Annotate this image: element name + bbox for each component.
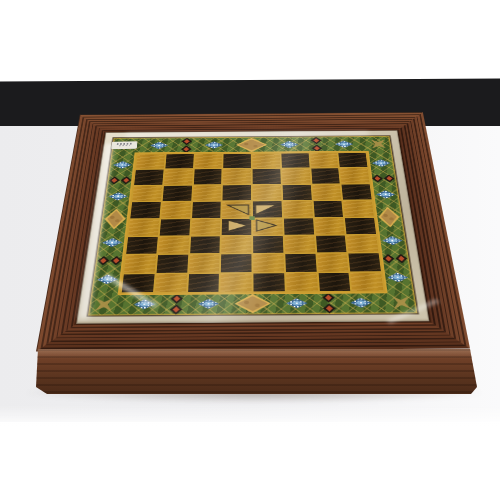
border-blue-diamond-inner (203, 301, 215, 306)
board-square[interactable] (286, 273, 318, 291)
border-strip-top (136, 136, 367, 153)
border-blue-diamond-icon (96, 275, 118, 285)
border-red-diamond-fill (313, 138, 319, 142)
border-red-diamond-outline (395, 254, 408, 263)
board-square[interactable] (158, 237, 189, 254)
border-blue-diamond-icon (350, 298, 372, 308)
board-square[interactable] (253, 236, 283, 253)
board-square[interactable] (134, 170, 163, 185)
border-red-diamond-outline (169, 304, 182, 314)
border-red-double-diamond-icon (181, 138, 193, 153)
board-square[interactable] (311, 169, 340, 184)
border-blue-diamond-dot (117, 196, 119, 197)
border-blue-diamond-icon (371, 159, 390, 167)
border-red-double-diamond-icon (108, 176, 132, 184)
board-square[interactable] (253, 273, 284, 291)
border-blue-diamond-inner (339, 142, 349, 146)
board-square[interactable] (223, 154, 250, 168)
border-corner-star-icon (364, 135, 392, 153)
border-tan-diamond-inner (106, 210, 124, 227)
border-red-diamond-fill (385, 256, 392, 262)
board-square[interactable] (284, 218, 314, 235)
border-blue-diamond-dot (213, 144, 215, 145)
border-blue-diamond-icon (205, 141, 223, 148)
board-square[interactable] (190, 236, 220, 253)
border-blue-diamond-inner (392, 275, 404, 280)
border-blue-diamond-dot (143, 303, 146, 305)
board-square[interactable] (223, 185, 251, 200)
border-red-diamond-fill (113, 258, 120, 264)
border-red-diamond-outline (311, 137, 322, 144)
board-square[interactable] (194, 154, 222, 168)
board-square[interactable] (130, 202, 160, 218)
border-blue-diamond-dot (106, 279, 109, 281)
border-blue-diamond-inner (209, 143, 219, 147)
border-tan-diamond-inner (238, 139, 264, 150)
border-blue-diamond-inner (355, 300, 367, 305)
board-square[interactable] (156, 255, 187, 273)
board-square[interactable] (351, 272, 384, 290)
center-motif-triangle (255, 204, 276, 214)
border-tan-diamond-inner (380, 208, 398, 225)
border-tan-diamond-icon (234, 294, 271, 314)
border-blue-diamond-dot (360, 302, 363, 304)
border-red-diamond-outline (371, 175, 383, 183)
board-square[interactable] (281, 153, 309, 167)
center-motif-triangle (257, 220, 277, 231)
border-red-diamond-fill (398, 256, 405, 262)
border-blue-diamond-inner (106, 240, 117, 245)
board-square[interactable] (164, 170, 193, 185)
board-square[interactable] (192, 202, 221, 218)
board-square[interactable] (193, 169, 221, 184)
surface-fade (0, 405, 500, 435)
board-square[interactable] (188, 273, 219, 291)
board-square[interactable] (162, 185, 191, 200)
border-blue-diamond-inner (291, 301, 303, 306)
border-red-diamond-outline (97, 256, 110, 265)
border-blue-diamond-inner (376, 161, 387, 165)
border-blue-diamond-dot (384, 194, 386, 195)
board-square[interactable] (342, 184, 372, 199)
board-square[interactable] (159, 219, 189, 236)
border-blue-diamond-icon (335, 140, 354, 147)
sticker-illegible-text (119, 145, 130, 146)
board-square[interactable] (345, 218, 376, 235)
border-red-diamond-outline (110, 256, 123, 265)
border-blue-diamond-dot (158, 145, 160, 146)
border-blue-diamond-inner (113, 194, 124, 198)
border-blue-diamond-dot (207, 303, 209, 305)
border-red-diamond-outline (181, 138, 192, 145)
center-motif-triangle (228, 220, 248, 231)
photo-scene (0, 0, 500, 500)
border-red-diamond-fill (123, 178, 130, 183)
board-square[interactable] (312, 184, 341, 199)
border-red-diamond-outline (322, 293, 335, 303)
center-motif-triangle (227, 205, 248, 215)
border-red-diamond-outline (382, 254, 395, 263)
border-blue-diamond-dot (121, 164, 123, 165)
inventory-sticker (111, 141, 137, 149)
board-square[interactable] (252, 154, 280, 168)
border-tan-diamond-icon (236, 138, 267, 152)
border-blue-diamond-icon (382, 236, 403, 245)
board-square[interactable] (223, 169, 251, 184)
border-red-double-diamond-icon (382, 254, 408, 263)
border-red-double-diamond-icon (322, 293, 336, 314)
board-square[interactable] (132, 186, 162, 201)
border-blue-diamond-inner (101, 277, 113, 282)
board-square[interactable] (347, 235, 379, 252)
border-red-diamond-fill (111, 178, 118, 183)
border-red-diamond-outline (120, 176, 132, 184)
board-square[interactable] (126, 237, 157, 254)
border-red-diamond-outline (383, 174, 395, 182)
border-blue-diamond-dot (380, 162, 382, 163)
frame-side-highlight (33, 349, 479, 359)
board-square[interactable] (340, 168, 369, 183)
border-blue-diamond-icon (280, 141, 298, 148)
center-motif-green-square (249, 216, 254, 220)
border-tan-diamond-icon (103, 209, 127, 230)
border-red-diamond-fill (100, 258, 107, 264)
board-square[interactable] (314, 218, 345, 235)
border-blue-diamond-dot (288, 144, 290, 145)
border-blue-diamond-inner (284, 143, 294, 147)
board-square[interactable] (128, 219, 159, 236)
border-blue-diamond-dot (391, 240, 393, 242)
border-blue-diamond-dot (343, 143, 345, 144)
board-square[interactable] (282, 169, 310, 184)
framed-game-board (36, 112, 470, 351)
board-square[interactable] (221, 273, 252, 291)
border-corner-star-icon (385, 290, 418, 314)
border-red-diamond-outline (170, 294, 183, 304)
border-blue-diamond-icon (113, 161, 132, 169)
border-blue-diamond-inner (154, 143, 164, 147)
board-square[interactable] (316, 235, 347, 252)
border-blue-diamond-icon (150, 142, 169, 149)
board-square[interactable] (349, 253, 381, 271)
border-red-diamond-outline (181, 145, 192, 152)
board-square[interactable] (318, 273, 350, 291)
border-blue-diamond-dot (296, 302, 298, 304)
border-red-diamond-outline (311, 145, 322, 152)
border-tan-diamond-inner (237, 296, 268, 311)
border-red-diamond-fill (173, 306, 180, 312)
board-square[interactable] (193, 185, 222, 200)
border-red-diamond-outline (108, 176, 120, 184)
board-square[interactable] (284, 236, 315, 253)
border-red-diamond-fill (325, 295, 332, 301)
border-blue-diamond-inner (380, 192, 391, 196)
border-red-diamond-fill (173, 296, 180, 302)
border-red-diamond-fill (314, 146, 320, 151)
board-square[interactable] (155, 274, 187, 292)
board-square[interactable] (189, 255, 220, 273)
border-strip-bottom (117, 292, 388, 315)
border-blue-diamond-inner (138, 302, 150, 307)
border-blue-diamond-icon (376, 190, 396, 198)
board-square[interactable] (317, 254, 349, 272)
board-square[interactable] (122, 274, 155, 292)
border-red-diamond-fill (326, 305, 333, 311)
board-square[interactable] (282, 185, 311, 200)
border-red-diamond-fill (183, 147, 189, 152)
border-red-diamond-fill (386, 176, 393, 181)
border-blue-diamond-icon (286, 298, 308, 308)
border-blue-diamond-dot (396, 276, 399, 278)
board-square[interactable] (310, 153, 338, 167)
border-blue-diamond-dot (111, 242, 113, 244)
border-blue-diamond-inner (117, 163, 128, 167)
border-blue-diamond-icon (102, 238, 123, 247)
border-red-double-diamond-icon (97, 256, 123, 265)
border-red-diamond-outline (323, 303, 336, 313)
board-square[interactable] (124, 255, 156, 273)
board-square[interactable] (339, 153, 368, 167)
frame-reeded-edge-bottom (36, 321, 470, 351)
border-red-double-diamond-icon (311, 137, 323, 152)
border-red-diamond-fill (184, 139, 190, 143)
border-blue-diamond-inner (387, 238, 399, 243)
border-blue-diamond-icon (387, 273, 409, 283)
board-square[interactable] (253, 254, 284, 272)
board-square[interactable] (161, 202, 191, 218)
board-square[interactable] (253, 185, 282, 200)
border-red-diamond-fill (374, 176, 381, 181)
board-square[interactable] (221, 236, 251, 253)
board-square[interactable] (343, 201, 373, 217)
board-square[interactable] (221, 254, 251, 272)
board-square[interactable] (253, 169, 281, 184)
board-square[interactable] (283, 201, 313, 217)
board-square[interactable] (191, 219, 221, 236)
border-corner-star-icon (88, 293, 121, 317)
center-motif (223, 202, 282, 234)
board-square[interactable] (313, 201, 343, 217)
board-square[interactable] (285, 254, 316, 272)
border-blue-diamond-icon (133, 299, 155, 309)
board-square[interactable] (136, 154, 165, 168)
border-red-double-diamond-icon (169, 294, 183, 315)
border-tan-diamond-icon (377, 207, 401, 228)
border-blue-diamond-icon (108, 192, 128, 200)
border-blue-diamond-icon (198, 299, 219, 309)
border-red-double-diamond-icon (371, 174, 395, 182)
board-square[interactable] (165, 154, 193, 168)
